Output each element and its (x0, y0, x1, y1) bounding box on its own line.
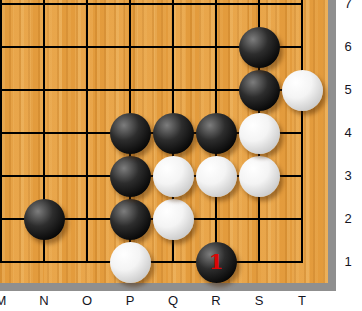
stone-black-p3 (110, 156, 151, 197)
gridline-row-1 (0, 261, 303, 263)
row-label-1: 1 (334, 254, 362, 270)
stone-black-p2 (110, 199, 151, 240)
row-label-7: 7 (334, 0, 362, 12)
column-label-P: P (119, 293, 141, 309)
column-label-R: R (205, 293, 227, 309)
column-label-T: T (291, 293, 313, 309)
stone-white-s3 (239, 156, 280, 197)
stone-white-q3 (153, 156, 194, 197)
go-board[interactable]: 1 (0, 0, 336, 291)
column-label-Q: Q (162, 293, 184, 309)
stone-white-s4 (239, 113, 280, 154)
stone-black-s5 (239, 70, 280, 111)
go-diagram: 1 7654321 MNOPQRST (0, 0, 362, 311)
stone-black-r1: 1 (196, 242, 237, 283)
column-label-S: S (248, 293, 270, 309)
stone-white-t5 (282, 70, 323, 111)
stone-white-p1 (110, 242, 151, 283)
stone-black-p4 (110, 113, 151, 154)
gridline-row-7 (0, 3, 303, 5)
stone-white-q2 (153, 199, 194, 240)
stone-black-s6 (239, 27, 280, 68)
column-label-M: M (0, 293, 12, 309)
row-label-4: 4 (334, 125, 362, 141)
row-label-2: 2 (334, 211, 362, 227)
stone-black-n2 (24, 199, 65, 240)
row-label-3: 3 (334, 168, 362, 184)
stone-black-r4 (196, 113, 237, 154)
stone-black-q4 (153, 113, 194, 154)
column-label-N: N (33, 293, 55, 309)
row-label-6: 6 (334, 39, 362, 55)
stone-white-r3 (196, 156, 237, 197)
column-label-O: O (76, 293, 98, 309)
move-number-label: 1 (209, 251, 224, 272)
row-label-5: 5 (334, 82, 362, 98)
